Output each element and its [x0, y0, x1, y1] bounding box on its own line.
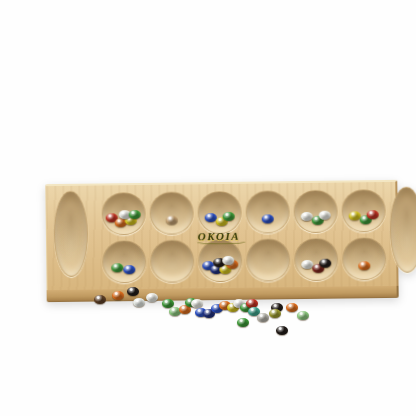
black-bead: [276, 326, 288, 335]
brand-logo: OKOIA: [198, 229, 240, 242]
pit-bottom-5[interactable]: [294, 237, 339, 281]
navy-bead: [203, 309, 215, 318]
gray-bead: [257, 313, 269, 322]
pit-bottom-1[interactable]: [102, 239, 147, 283]
board-surface: OKOIA: [45, 180, 398, 290]
green-bead: [223, 212, 235, 221]
pit-top-4[interactable]: [245, 190, 290, 234]
mancala-board: OKOIA: [45, 180, 398, 302]
orange-bead: [219, 301, 231, 310]
green-bead: [111, 263, 123, 272]
orange-bead: [179, 305, 191, 314]
red-bead: [246, 299, 258, 308]
lightgreen-bead: [297, 311, 309, 320]
pit-top-5[interactable]: [293, 189, 338, 233]
black-bead: [271, 303, 283, 312]
blue-bead: [195, 308, 207, 317]
white-bead: [233, 299, 245, 308]
pit-bottom-3[interactable]: [198, 238, 243, 282]
store-left: [53, 191, 88, 277]
yellow-bead: [227, 303, 239, 312]
pit-bottom-4[interactable]: [246, 238, 291, 282]
orange-bead: [286, 303, 298, 312]
black-bead: [319, 259, 331, 268]
pit-top-6[interactable]: [341, 189, 386, 233]
orange-bead: [358, 261, 370, 270]
green-bead: [129, 210, 141, 219]
red-bead: [367, 210, 379, 219]
product-photo-scene: OKOIA: [0, 0, 416, 416]
green-bead: [240, 303, 252, 312]
green-bead: [237, 318, 249, 327]
teal-bead: [248, 307, 260, 316]
blue-bead: [123, 265, 135, 274]
tan-bead: [166, 216, 178, 225]
white-bead: [319, 211, 331, 220]
pit-top-1[interactable]: [101, 191, 146, 235]
pit-top-3[interactable]: [197, 190, 242, 234]
pit-bottom-6[interactable]: [342, 236, 387, 280]
blue-bead: [262, 214, 274, 223]
store-right: [389, 187, 416, 273]
lightgreen-bead: [169, 307, 181, 316]
olive-bead: [269, 309, 281, 318]
pit-bottom-2[interactable]: [150, 239, 195, 283]
blue-bead: [211, 304, 223, 313]
pit-top-2[interactable]: [149, 191, 194, 235]
